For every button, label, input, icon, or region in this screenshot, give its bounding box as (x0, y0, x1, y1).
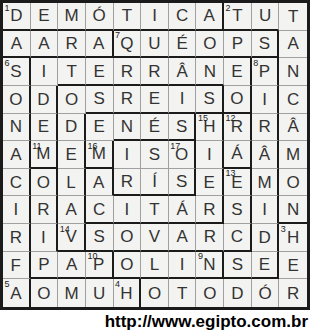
cell-letter: S (176, 173, 187, 190)
cell-r9c7[interactable]: A (169, 224, 197, 252)
cell-letter: O (203, 35, 216, 52)
cell-r5c1[interactable]: N (3, 114, 31, 142)
cell-r8c8[interactable]: R (196, 196, 224, 224)
cell-r10c6[interactable]: L (141, 252, 169, 280)
cell-letter: R (121, 173, 133, 190)
cell-r10c4[interactable]: 10P (86, 252, 114, 280)
cell-letter: A (93, 35, 104, 52)
clue-number-1: 1 (5, 4, 10, 13)
cell-r3c10[interactable]: 8P (252, 58, 280, 86)
cell-letter: I (152, 7, 157, 24)
cell-letter: É (176, 35, 187, 52)
cell-letter: S (204, 90, 215, 107)
cell-r9c9[interactable]: C (224, 224, 252, 252)
cell-letter: L (150, 256, 159, 273)
cell-r4c7[interactable]: I (169, 86, 197, 114)
cell-r3c2[interactable]: I (31, 58, 59, 86)
cell-letter: S (176, 118, 187, 135)
cell-r4c1[interactable]: O (3, 86, 31, 114)
cell-r5c8[interactable]: 15H (196, 114, 224, 142)
cell-r1c3[interactable]: M (58, 3, 86, 31)
cell-r3c6[interactable]: R (141, 58, 169, 86)
cell-r11c9[interactable]: D (224, 279, 252, 307)
cell-r8c5[interactable]: I (114, 196, 142, 224)
cell-letter: R (37, 201, 49, 218)
cell-letter: I (262, 91, 267, 108)
cell-r11c10[interactable]: Ó (252, 279, 280, 307)
clue-number-2: 2 (226, 4, 231, 13)
cell-letter: I (124, 146, 129, 163)
cell-letter: A (93, 174, 104, 191)
cell-r5c5[interactable]: N (114, 114, 142, 142)
cell-r7c6[interactable]: Í (141, 169, 169, 197)
cell-letter: O (203, 285, 216, 302)
clue-number-11: 11 (32, 142, 41, 151)
cell-letter: Â (259, 146, 270, 163)
cell-letter: O (230, 90, 243, 107)
cell-r4c2[interactable]: D (31, 86, 59, 114)
cell-r6c6[interactable]: S (141, 141, 169, 169)
cell-r1c8[interactable]: A (196, 3, 224, 31)
cell-letter: A (204, 7, 215, 24)
cell-r4c9[interactable]: O (224, 86, 252, 114)
clue-number-6: 6 (5, 59, 10, 68)
cell-letter: A (66, 256, 77, 273)
cell-letter: N (10, 118, 22, 135)
cell-letter: E (288, 257, 299, 274)
cell-r10c5[interactable]: O (114, 252, 142, 280)
clue-number-15: 15 (198, 114, 208, 123)
cell-letter: E (204, 174, 215, 191)
cell-r6c5[interactable]: I (114, 141, 142, 169)
cell-r6c4[interactable]: 16M (86, 141, 114, 169)
clue-number-3: 3 (281, 225, 286, 234)
clue-number-4: 4 (115, 280, 120, 289)
cell-letter: S (232, 256, 243, 273)
cell-letter: N (287, 63, 299, 80)
cell-letter: Q (120, 35, 133, 52)
cell-letter: E (38, 7, 49, 24)
cell-r2c6[interactable]: U (141, 31, 169, 59)
cell-letter: O (37, 285, 50, 302)
cell-letter: Â (288, 118, 299, 135)
clue-number-12: 12 (226, 114, 236, 123)
cell-letter: E (94, 63, 105, 80)
cell-letter: U (93, 285, 105, 302)
clue-number-17: 17 (170, 142, 180, 151)
cell-r4c3[interactable]: O (58, 86, 86, 114)
cell-r10c1[interactable]: F (3, 252, 31, 280)
cell-r7c7[interactable]: S (169, 169, 197, 197)
cell-letter: M (257, 174, 271, 191)
cell-r5c9[interactable]: 12R (224, 114, 252, 142)
cell-r8c3[interactable]: A (58, 196, 86, 224)
cell-r9c6[interactable]: V (141, 224, 169, 252)
cell-letter: H (287, 229, 299, 246)
puzzle-board: 1DEMÓTICA2TUTAARA7QUÉOPSA6SITERRÂNE8PNOD… (0, 0, 310, 310)
cell-r7c1[interactable]: C (3, 169, 31, 197)
cell-r3c5[interactable]: R (114, 58, 142, 86)
cell-r11c3[interactable]: M (58, 279, 86, 307)
cell-letter: E (259, 256, 270, 273)
cell-r5c11[interactable]: Â (279, 114, 307, 142)
cell-r5c2[interactable]: E (31, 114, 59, 142)
cell-r3c9[interactable]: E (224, 58, 252, 86)
cell-letter: Á (176, 201, 187, 218)
site-url[interactable]: http://www.egipto.com.br (105, 312, 308, 332)
cell-r6c10[interactable]: Â (252, 141, 280, 169)
cell-letter: S (94, 90, 105, 107)
cell-r7c4[interactable]: A (86, 169, 114, 197)
cell-letter: N (121, 118, 133, 135)
cell-letter: R (121, 90, 133, 107)
cell-letter: U (259, 7, 271, 24)
cell-r3c7[interactable]: Â (169, 58, 197, 86)
cell-r3c8[interactable]: N (196, 58, 224, 86)
cell-letter: I (42, 63, 47, 80)
cell-r8c1[interactable]: I (3, 196, 31, 224)
cell-r10c7[interactable]: I (169, 252, 197, 280)
cell-r3c4[interactable]: E (86, 58, 114, 86)
clue-number-9: 9 (198, 252, 203, 261)
cell-letter: D (65, 118, 77, 135)
cell-letter: O (120, 256, 133, 273)
cell-r8c7[interactable]: Á (169, 196, 197, 224)
cell-r2c5[interactable]: 7Q (114, 31, 142, 59)
cell-letter: O (9, 91, 22, 108)
cell-r6c3[interactable]: E (58, 141, 86, 169)
cell-letter: É (149, 118, 160, 135)
cell-r4c5[interactable]: R (114, 86, 142, 114)
cell-letter: A (11, 35, 22, 52)
cell-letter: D (10, 7, 22, 24)
cell-letter: M (286, 146, 300, 163)
cell-letter: I (41, 229, 46, 246)
cell-r3c1[interactable]: 6S (3, 58, 31, 86)
cell-r10c3[interactable]: A (58, 252, 86, 280)
cell-letter: S (231, 201, 242, 218)
cell-r7c3[interactable]: L (58, 169, 86, 197)
cell-letter: C (176, 7, 188, 24)
cell-letter: R (121, 63, 133, 80)
cell-r5c7[interactable]: S (169, 114, 197, 142)
cell-r8c6[interactable]: T (141, 196, 169, 224)
puzzle-page: 1DEMÓTICA2TUTAARA7QUÉOPSA6SITERRÂNE8PNOD… (0, 0, 310, 333)
cell-r9c8[interactable]: R (196, 224, 224, 252)
cell-letter: N (204, 63, 216, 80)
cell-r3c11[interactable]: N (279, 58, 307, 86)
cell-letter: N (203, 256, 215, 273)
cell-r4c6[interactable]: E (141, 86, 169, 114)
cell-r11c1[interactable]: 5A (3, 279, 31, 307)
cell-r9c4[interactable]: S (86, 224, 114, 252)
cell-letter: C (10, 174, 22, 191)
cell-r11c11[interactable]: R (279, 279, 307, 307)
cell-r8c11[interactable]: N (279, 196, 307, 224)
cell-r11c6[interactable]: O (141, 279, 169, 307)
cell-r3c3[interactable]: T (58, 58, 86, 86)
cell-letter: O (37, 174, 50, 191)
cell-r8c4[interactable]: C (86, 196, 114, 224)
cell-r11c7[interactable]: T (169, 279, 197, 307)
clue-number-7: 7 (115, 31, 120, 40)
cell-r11c8[interactable]: O (196, 279, 224, 307)
cell-letter: I (124, 201, 129, 218)
cell-r2c4[interactable]: A (86, 31, 114, 59)
puzzle-grid: 1DEMÓTICA2TUTAARA7QUÉOPSA6SITERRÂNE8PNOD… (3, 3, 307, 307)
cell-letter: A (288, 35, 299, 52)
cell-letter: A (65, 201, 76, 218)
cell-letter: T (122, 7, 132, 24)
cell-r9c11[interactable]: 3H (279, 224, 307, 252)
clue-number-14: 14 (60, 225, 70, 234)
cell-r5c6[interactable]: É (141, 114, 169, 142)
cell-r7c9[interactable]: 13E (224, 169, 252, 197)
cell-letter: R (204, 228, 216, 245)
cell-r4c4[interactable]: S (86, 86, 114, 114)
clue-number-13: 13 (226, 169, 236, 178)
cell-letter: D (258, 229, 270, 246)
cell-r6c9[interactable]: Á (224, 141, 252, 169)
cell-letter: N (287, 201, 299, 218)
cell-r2c3[interactable]: R (58, 31, 86, 59)
cell-letter: P (259, 63, 270, 80)
cell-r11c5[interactable]: 4H (114, 279, 142, 307)
cell-letter: S (149, 146, 160, 163)
cell-letter: R (65, 35, 77, 52)
cell-r1c11[interactable]: T (279, 3, 307, 31)
cell-r11c4[interactable]: U (86, 279, 114, 307)
cell-r8c2[interactable]: R (31, 196, 59, 224)
cell-r7c2[interactable]: O (31, 169, 59, 197)
footer: http://www.egipto.com.br (0, 310, 310, 333)
cell-r2c2[interactable]: A (31, 31, 59, 59)
cell-letter: R (287, 285, 299, 302)
cell-letter: O (148, 285, 161, 302)
cell-r1c7[interactable]: C (169, 3, 197, 31)
cell-letter: I (180, 90, 185, 107)
cell-r6c7[interactable]: 17O (169, 141, 197, 169)
cell-r5c3[interactable]: D (58, 114, 86, 142)
cell-r10c8[interactable]: 9N (196, 252, 224, 280)
cell-letter: A (176, 228, 187, 245)
cell-r7c11[interactable]: O (279, 169, 307, 197)
cell-letter: R (258, 118, 270, 135)
cell-letter: O (287, 174, 300, 191)
cell-r9c3[interactable]: 14V (58, 224, 86, 252)
cell-letter: E (149, 90, 160, 107)
cell-letter: T (232, 7, 242, 24)
cell-r10c9[interactable]: S (224, 252, 252, 280)
cell-letter: H (120, 285, 132, 302)
cell-letter: I (13, 201, 18, 218)
cell-letter: R (148, 63, 160, 80)
cell-r7c10[interactable]: M (252, 169, 280, 197)
cell-r10c10[interactable]: E (252, 252, 280, 280)
cell-letter: F (11, 257, 21, 274)
cell-letter: D (37, 91, 49, 108)
cell-r9c10[interactable]: D (252, 224, 280, 252)
clue-number-10: 10 (87, 252, 97, 261)
cell-letter: Â (176, 63, 187, 80)
cell-r6c1[interactable]: A (3, 141, 31, 169)
cell-letter: S (259, 35, 270, 52)
cell-letter: O (120, 228, 133, 245)
cell-r9c5[interactable]: O (114, 224, 142, 252)
cell-letter: I (180, 256, 185, 273)
cell-r5c4[interactable]: E (86, 114, 114, 142)
cell-letter: R (10, 229, 22, 246)
cell-letter: I (207, 146, 212, 163)
cell-letter: S (10, 63, 21, 80)
cell-letter: I (262, 201, 267, 218)
cell-r2c10[interactable]: S (252, 31, 280, 59)
cell-letter: E (94, 118, 105, 135)
cell-r2c11[interactable]: A (279, 31, 307, 59)
cell-r1c4[interactable]: Ó (86, 3, 114, 31)
cell-letter: C (93, 201, 105, 218)
cell-letter: Ó (93, 7, 106, 24)
cell-letter: Ó (258, 285, 271, 302)
cell-letter: M (65, 7, 79, 24)
cell-letter: E (231, 63, 242, 80)
cell-letter: A (38, 35, 49, 52)
cell-r6c11[interactable]: M (279, 141, 307, 169)
cell-r2c8[interactable]: O (196, 31, 224, 59)
cell-r5c10[interactable]: R (252, 114, 280, 142)
cell-r9c2[interactable]: I (31, 224, 59, 252)
cell-letter: P (38, 256, 49, 273)
cell-r7c8[interactable]: E (196, 169, 224, 197)
cell-r1c2[interactable]: E (31, 3, 59, 31)
cell-r6c2[interactable]: 11M (31, 141, 59, 169)
cell-letter: Á (231, 145, 242, 162)
cell-letter: U (148, 35, 160, 52)
cell-letter: O (65, 91, 78, 108)
cell-letter: E (38, 118, 49, 135)
cell-letter: T (66, 63, 76, 80)
clue-number-8: 8 (253, 59, 258, 68)
cell-letter: T (149, 201, 159, 218)
cell-r2c7[interactable]: É (169, 31, 197, 59)
cell-r1c10[interactable]: U (252, 3, 280, 31)
cell-r1c6[interactable]: I (141, 3, 169, 31)
cell-letter: M (65, 285, 79, 302)
cell-r11c2[interactable]: O (31, 279, 59, 307)
cell-letter: A (10, 285, 21, 302)
cell-r2c9[interactable]: P (224, 31, 252, 59)
cell-letter: P (232, 35, 243, 52)
clue-number-5: 5 (5, 280, 10, 289)
cell-r4c11[interactable]: C (279, 86, 307, 114)
cell-letter: L (66, 174, 75, 191)
cell-letter: D (231, 285, 243, 302)
cell-r7c5[interactable]: R (114, 169, 142, 197)
cell-letter: T (288, 8, 298, 25)
cell-r2c1[interactable]: A (3, 31, 31, 59)
cell-r10c11[interactable]: E (279, 252, 307, 280)
cell-letter: V (149, 228, 160, 245)
cell-letter: T (177, 285, 187, 302)
cell-letter: S (94, 228, 105, 245)
cell-letter: C (231, 228, 243, 245)
cell-r10c2[interactable]: P (31, 252, 59, 280)
cell-r1c1[interactable]: 1D (3, 3, 31, 31)
cell-r1c9[interactable]: 2T (224, 3, 252, 31)
cell-r1c5[interactable]: T (114, 3, 142, 31)
cell-r9c1[interactable]: R (3, 224, 31, 252)
clue-number-16: 16 (87, 142, 97, 151)
cell-r8c9[interactable]: S (224, 196, 252, 224)
cell-letter: C (287, 91, 299, 108)
cell-letter: E (65, 146, 76, 163)
cell-r8c10[interactable]: I (252, 196, 280, 224)
cell-letter: A (10, 146, 21, 163)
cell-r6c8[interactable]: I (196, 141, 224, 169)
cell-letter: R (203, 201, 215, 218)
cell-r4c8[interactable]: S (196, 86, 224, 114)
cell-letter: Í (152, 173, 157, 190)
cell-r4c10[interactable]: I (252, 86, 280, 114)
